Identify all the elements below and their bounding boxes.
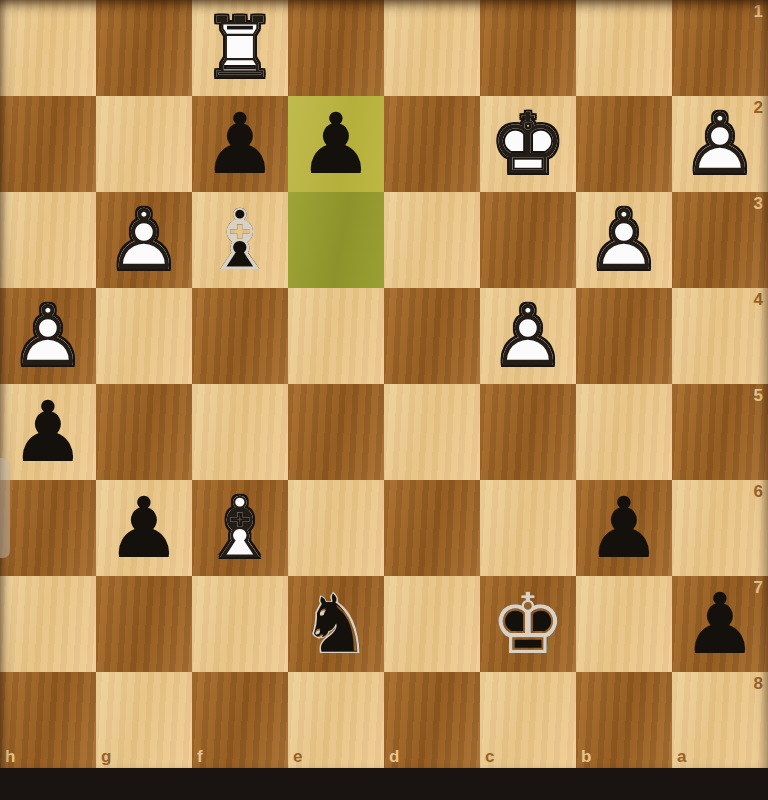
square-f4[interactable] xyxy=(192,288,288,384)
chess-board: ♜♖1♟♟♚♔2♟♙♟♙♝♗♟♙3♟♙♟♙4♟5♟♝♗♟6♞♘♚♔7♟hgfed… xyxy=(0,0,768,768)
square-e7[interactable]: ♞♘ xyxy=(288,576,384,672)
white-king-detail: ♔ xyxy=(480,96,576,192)
rank-label-4: 4 xyxy=(754,291,763,308)
square-h7[interactable] xyxy=(0,576,96,672)
black-pawn-glyph: ♟ xyxy=(192,96,288,192)
black-pawn-glyph: ♟ xyxy=(288,96,384,192)
square-e8[interactable]: e xyxy=(288,672,384,768)
square-f5[interactable] xyxy=(192,384,288,480)
square-c2[interactable]: ♚♔ xyxy=(480,96,576,192)
square-b7[interactable] xyxy=(576,576,672,672)
square-e6[interactable] xyxy=(288,480,384,576)
piece-black-pawn[interactable]: ♟ xyxy=(192,96,288,192)
square-e5[interactable] xyxy=(288,384,384,480)
square-b6[interactable]: ♟ xyxy=(576,480,672,576)
piece-black-knight[interactable]: ♞♘ xyxy=(288,576,384,672)
square-a4[interactable]: 4 xyxy=(672,288,768,384)
file-label-g: g xyxy=(101,748,111,765)
square-d5[interactable] xyxy=(384,384,480,480)
square-h2[interactable] xyxy=(0,96,96,192)
white-pawn-detail: ♙ xyxy=(96,192,192,288)
piece-white-pawn[interactable]: ♟♙ xyxy=(96,192,192,288)
black-bishop-detail: ♗ xyxy=(192,192,288,288)
file-label-f: f xyxy=(197,748,203,765)
square-g1[interactable] xyxy=(96,0,192,96)
square-f2[interactable]: ♟ xyxy=(192,96,288,192)
piece-white-bishop[interactable]: ♝♗ xyxy=(192,480,288,576)
piece-black-king[interactable]: ♚♔ xyxy=(480,576,576,672)
square-g4[interactable] xyxy=(96,288,192,384)
square-a5[interactable]: 5 xyxy=(672,384,768,480)
piece-black-pawn[interactable]: ♟ xyxy=(576,480,672,576)
rank-label-6: 6 xyxy=(754,483,763,500)
square-b8[interactable]: b xyxy=(576,672,672,768)
piece-black-pawn[interactable]: ♟ xyxy=(96,480,192,576)
square-d1[interactable] xyxy=(384,0,480,96)
black-pawn-glyph: ♟ xyxy=(0,384,96,480)
rank-label-1: 1 xyxy=(754,3,763,20)
square-e2[interactable]: ♟ xyxy=(288,96,384,192)
piece-white-king[interactable]: ♚♔ xyxy=(480,96,576,192)
square-f6[interactable]: ♝♗ xyxy=(192,480,288,576)
square-h5[interactable]: ♟ xyxy=(0,384,96,480)
square-g2[interactable] xyxy=(96,96,192,192)
square-g7[interactable] xyxy=(96,576,192,672)
black-king-detail: ♔ xyxy=(480,576,576,672)
square-d6[interactable] xyxy=(384,480,480,576)
rank-label-3: 3 xyxy=(754,195,763,212)
square-d3[interactable] xyxy=(384,192,480,288)
square-f7[interactable] xyxy=(192,576,288,672)
file-label-c: c xyxy=(485,748,494,765)
file-label-h: h xyxy=(5,748,15,765)
square-g8[interactable]: g xyxy=(96,672,192,768)
square-d7[interactable] xyxy=(384,576,480,672)
square-g6[interactable]: ♟ xyxy=(96,480,192,576)
file-label-e: e xyxy=(293,748,302,765)
square-a3[interactable]: 3 xyxy=(672,192,768,288)
white-rook-detail: ♖ xyxy=(192,0,288,96)
square-f1[interactable]: ♜♖ xyxy=(192,0,288,96)
square-c7[interactable]: ♚♔ xyxy=(480,576,576,672)
file-label-b: b xyxy=(581,748,591,765)
square-h8[interactable]: h xyxy=(0,672,96,768)
square-b1[interactable] xyxy=(576,0,672,96)
white-bishop-detail: ♗ xyxy=(192,480,288,576)
chess-app-screen: ♜♖1♟♟♚♔2♟♙♟♙♝♗♟♙3♟♙♟♙4♟5♟♝♗♟6♞♘♚♔7♟hgfed… xyxy=(0,0,768,800)
square-a8[interactable]: 8a xyxy=(672,672,768,768)
square-a2[interactable]: 2♟♙ xyxy=(672,96,768,192)
white-pawn-detail: ♙ xyxy=(576,192,672,288)
rank-label-7: 7 xyxy=(754,579,763,596)
black-pawn-glyph: ♟ xyxy=(96,480,192,576)
scroll-handle[interactable] xyxy=(0,458,10,558)
square-b4[interactable] xyxy=(576,288,672,384)
square-d4[interactable] xyxy=(384,288,480,384)
square-c1[interactable] xyxy=(480,0,576,96)
square-d2[interactable] xyxy=(384,96,480,192)
square-g5[interactable] xyxy=(96,384,192,480)
black-knight-detail: ♘ xyxy=(288,576,384,672)
file-label-a: a xyxy=(677,748,686,765)
square-g3[interactable]: ♟♙ xyxy=(96,192,192,288)
square-d8[interactable]: d xyxy=(384,672,480,768)
square-e4[interactable] xyxy=(288,288,384,384)
square-h6[interactable] xyxy=(0,480,96,576)
piece-black-pawn[interactable]: ♟ xyxy=(288,96,384,192)
square-f3[interactable]: ♝♗ xyxy=(192,192,288,288)
square-c4[interactable]: ♟♙ xyxy=(480,288,576,384)
square-b2[interactable] xyxy=(576,96,672,192)
piece-white-pawn[interactable]: ♟♙ xyxy=(576,192,672,288)
rank-label-2: 2 xyxy=(754,99,763,116)
piece-white-pawn[interactable]: ♟♙ xyxy=(480,288,576,384)
square-f8[interactable]: f xyxy=(192,672,288,768)
square-h3[interactable] xyxy=(0,192,96,288)
file-label-d: d xyxy=(389,748,399,765)
square-b5[interactable] xyxy=(576,384,672,480)
square-a1[interactable]: 1 xyxy=(672,0,768,96)
bottom-bar xyxy=(0,768,768,800)
square-h1[interactable] xyxy=(0,0,96,96)
square-a7[interactable]: 7♟ xyxy=(672,576,768,672)
rank-label-5: 5 xyxy=(754,387,763,404)
piece-white-pawn[interactable]: ♟♙ xyxy=(0,288,96,384)
square-c8[interactable]: c xyxy=(480,672,576,768)
square-c6[interactable] xyxy=(480,480,576,576)
piece-white-rook[interactable]: ♜♖ xyxy=(192,0,288,96)
square-c3[interactable] xyxy=(480,192,576,288)
rank-label-8: 8 xyxy=(754,675,763,692)
square-c5[interactable] xyxy=(480,384,576,480)
square-e3[interactable] xyxy=(288,192,384,288)
white-pawn-detail: ♙ xyxy=(0,288,96,384)
piece-black-bishop[interactable]: ♝♗ xyxy=(192,192,288,288)
white-pawn-detail: ♙ xyxy=(480,288,576,384)
square-b3[interactable]: ♟♙ xyxy=(576,192,672,288)
square-e1[interactable] xyxy=(288,0,384,96)
square-h4[interactable]: ♟♙ xyxy=(0,288,96,384)
black-pawn-glyph: ♟ xyxy=(576,480,672,576)
square-a6[interactable]: 6 xyxy=(672,480,768,576)
piece-black-pawn[interactable]: ♟ xyxy=(0,384,96,480)
